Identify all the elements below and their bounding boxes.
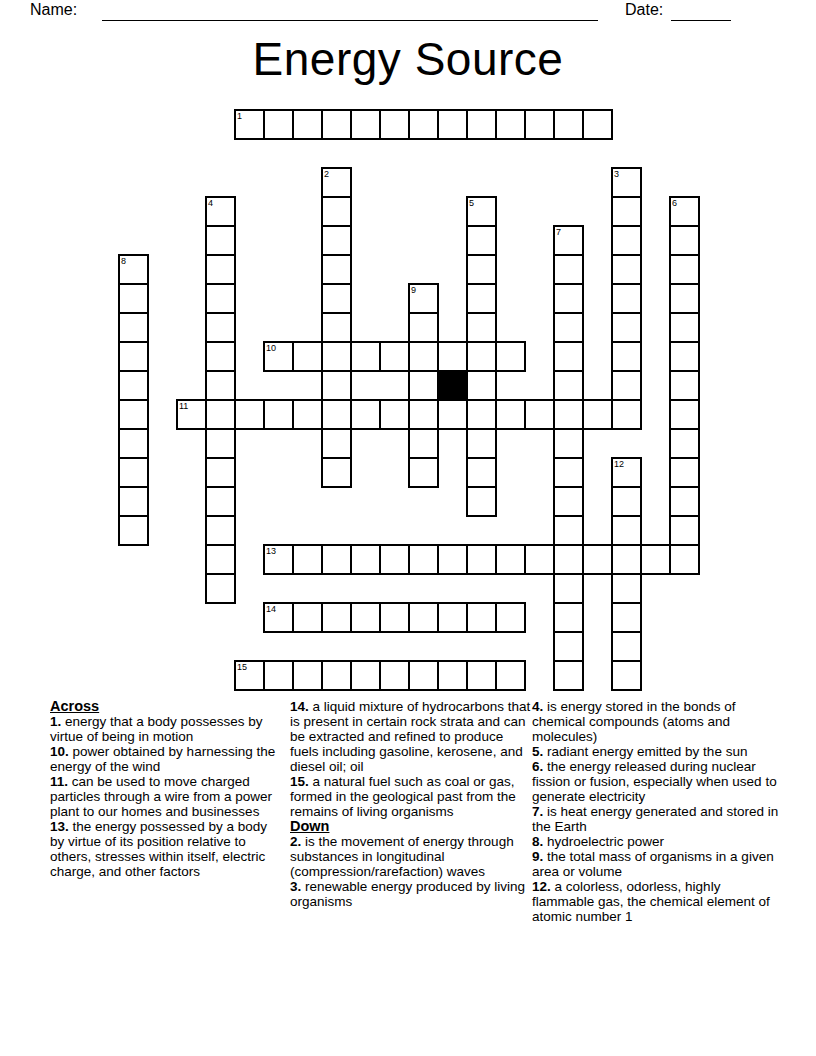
grid-cell-r6c3[interactable] [205,283,236,314]
clue-down-9: 9. the total mass of organisms in a give… [532,849,782,879]
grid-cell-r10c3[interactable] [205,399,236,430]
grid-cell-r15c18[interactable] [640,544,671,575]
grid-cell-r15c9[interactable] [379,544,410,575]
clue-down-7: 7. is heat energy generated and stored i… [532,804,782,834]
blocked-cell [437,370,468,401]
grid-cell-r19c8[interactable] [350,660,381,691]
grid-cell-r7c17[interactable] [611,312,642,343]
grid-cell-r9c12[interactable] [466,370,497,401]
grid-cell-r10c0[interactable] [118,399,149,430]
grid-cell-r19c9[interactable] [379,660,410,691]
grid-cell-r10c14[interactable] [524,399,555,430]
grid-cell-r7c0[interactable] [118,312,149,343]
grid-cell-r14c19[interactable] [669,515,700,546]
grid-cell-r8c10[interactable] [408,341,439,372]
clue-down-8: 8. hydroelectric power [532,834,782,849]
grid-cell-r17c12[interactable] [466,602,497,633]
clue-number-7: 7 [556,228,561,237]
grid-cell-r10c12[interactable] [466,399,497,430]
grid-cell-r7c12[interactable] [466,312,497,343]
grid-cell-r10c7[interactable] [321,399,352,430]
grid-cell-r15c15[interactable] [553,544,584,575]
grid-cell-r0c10[interactable] [408,109,439,140]
grid-cell-r19c13[interactable] [495,660,526,691]
grid-cell-r14c3[interactable] [205,515,236,546]
grid-cell-r4c12[interactable] [466,225,497,256]
grid-cell-r12c19[interactable] [669,457,700,488]
grid-cell-r19c5[interactable] [263,660,294,691]
grid-cell-r19c6[interactable] [292,660,323,691]
grid-cell-r10c6[interactable] [292,399,323,430]
grid-cell-r9c10[interactable] [408,370,439,401]
clue-down-12: 12. a colorless, odorless, highly flamma… [532,879,782,924]
clue-number-14: 14 [266,605,276,614]
grid-cell-r7c15[interactable] [553,312,584,343]
grid-cell-r19c7[interactable] [321,660,352,691]
grid-cell-r7c19[interactable] [669,312,700,343]
grid-cell-r19c10[interactable] [408,660,439,691]
grid-cell-r18c17[interactable] [611,631,642,662]
grid-cell-r10c17[interactable] [611,399,642,430]
page-title: Energy Source [0,32,816,86]
clue-across-13: 13. the energy possessed by a body by vi… [50,819,283,879]
grid-cell-r17c9[interactable] [379,602,410,633]
grid-cell-r10c13[interactable] [495,399,526,430]
grid-cell-r8c9[interactable] [379,341,410,372]
grid-cell-r12c3[interactable] [205,457,236,488]
grid-cell-r0c14[interactable] [524,109,555,140]
grid-cell-r11c10[interactable] [408,428,439,459]
grid-cell-r12c0[interactable] [118,457,149,488]
grid-cell-r13c17[interactable] [611,486,642,517]
grid-cell-r11c3[interactable] [205,428,236,459]
grid-cell-r8c15[interactable] [553,341,584,372]
grid-cell-r17c8[interactable] [350,602,381,633]
grid-cell-r12c7[interactable] [321,457,352,488]
grid-cell-r10c9[interactable] [379,399,410,430]
clue-number-4: 4 [208,199,213,208]
grid-cell-r7c3[interactable] [205,312,236,343]
grid-cell-r11c7[interactable] [321,428,352,459]
grid-cell-r19c17[interactable] [611,660,642,691]
grid-cell-r4c3[interactable] [205,225,236,256]
grid-cell-r6c12[interactable] [466,283,497,314]
grid-cell-r15c3[interactable] [205,544,236,575]
clue-number-8: 8 [121,257,126,266]
grid-cell-r15c13[interactable] [495,544,526,575]
grid-cell-r6c15[interactable] [553,283,584,314]
clue-number-10: 10 [266,344,276,353]
grid-cell-r16c15[interactable] [553,573,584,604]
grid-cell-r5c19[interactable] [669,254,700,285]
grid-cell-r10c5[interactable] [263,399,294,430]
grid-cell-r8c7[interactable] [321,341,352,372]
clue-number-6: 6 [672,199,677,208]
grid-cell-r8c3[interactable] [205,341,236,372]
clue-across-14: 14. a liquid mixture of hydrocarbons tha… [290,699,531,774]
grid-cell-r15c17[interactable] [611,544,642,575]
grid-cell-r17c13[interactable] [495,602,526,633]
grid-cell-r8c6[interactable] [292,341,323,372]
clue-down-6: 6. the energy released during nuclear fi… [532,759,782,804]
grid-cell-r10c19[interactable] [669,399,700,430]
grid-cell-r0c12[interactable] [466,109,497,140]
grid-cell-r5c12[interactable] [466,254,497,285]
grid-cell-r8c12[interactable] [466,341,497,372]
grid-cell-r17c7[interactable] [321,602,352,633]
grid-cell-r12c15[interactable] [553,457,584,488]
clues-column-2: 14. a liquid mixture of hydrocarbons tha… [290,699,531,909]
grid-cell-r15c19[interactable] [669,544,700,575]
grid-cell-r19c12[interactable] [466,660,497,691]
clue-number-9: 9 [411,286,416,295]
clue-down-5: 5. radiant energy emitted by the sun [532,744,782,759]
grid-cell-r15c6[interactable] [292,544,323,575]
date-label: Date: [625,1,663,19]
clue-number-12: 12 [614,460,624,469]
clue-number-11: 11 [179,402,188,411]
grid-cell-r8c0[interactable] [118,341,149,372]
grid-cell-r10c4[interactable] [234,399,265,430]
grid-cell-r6c17[interactable] [611,283,642,314]
crossword-board: 123456789101112131415 [118,109,700,691]
grid-cell-r17c11[interactable] [437,602,468,633]
clue-number-2: 2 [324,170,329,179]
clue-across-10: 10. power obtained by harnessing the ene… [50,744,283,774]
grid-cell-r10c15[interactable] [553,399,584,430]
across-heading: Across [50,699,283,714]
grid-cell-r15c12[interactable] [466,544,497,575]
grid-cell-r11c19[interactable] [669,428,700,459]
grid-cell-r0c15[interactable] [553,109,584,140]
grid-cell-r0c9[interactable] [379,109,410,140]
date-line[interactable] [671,20,731,21]
grid-cell-r10c16[interactable] [582,399,613,430]
grid-cell-r9c3[interactable] [205,370,236,401]
grid-cell-r5c17[interactable] [611,254,642,285]
grid-cell-r6c7[interactable] [321,283,352,314]
grid-cell-r19c15[interactable] [553,660,584,691]
name-label: Name: [30,1,77,19]
name-line[interactable] [102,20,598,21]
grid-cell-r17c15[interactable] [553,602,584,633]
grid-cell-r7c10[interactable] [408,312,439,343]
grid-cell-r3c7[interactable] [321,196,352,227]
grid-cell-r15c8[interactable] [350,544,381,575]
grid-cell-r12c10[interactable] [408,457,439,488]
grid-cell-r15c16[interactable] [582,544,613,575]
grid-cell-r11c15[interactable] [553,428,584,459]
clue-number-1: 1 [237,112,242,121]
down-heading: Down [290,819,531,834]
clue-down-3: 3. renewable energy produced by living o… [290,879,531,909]
grid-cell-r5c7[interactable] [321,254,352,285]
grid-cell-r0c5[interactable] [263,109,294,140]
clue-number-5: 5 [469,199,474,208]
clue-across-15: 15. a natural fuel such as coal or gas, … [290,774,531,819]
grid-cell-r16c3[interactable] [205,573,236,604]
grid-cell-r8c13[interactable] [495,341,526,372]
grid-cell-r10c11[interactable] [437,399,468,430]
grid-cell-r13c3[interactable] [205,486,236,517]
grid-cell-r9c15[interactable] [553,370,584,401]
grid-cell-r14c17[interactable] [611,515,642,546]
grid-cell-r10c8[interactable] [350,399,381,430]
grid-cell-r10c10[interactable] [408,399,439,430]
clues-column-1: Across 1. energy that a body possesses b… [50,699,283,879]
grid-cell-r18c15[interactable] [553,631,584,662]
grid-cell-r14c15[interactable] [553,515,584,546]
clue-number-15: 15 [237,663,247,672]
grid-cell-r11c12[interactable] [466,428,497,459]
grid-cell-r8c19[interactable] [669,341,700,372]
grid-cell-r8c8[interactable] [350,341,381,372]
grid-cell-r4c19[interactable] [669,225,700,256]
grid-cell-r15c14[interactable] [524,544,555,575]
grid-cell-r0c16[interactable] [582,109,613,140]
clue-number-13: 13 [266,547,276,556]
grid-cell-r9c17[interactable] [611,370,642,401]
grid-cell-r15c7[interactable] [321,544,352,575]
grid-cell-r0c7[interactable] [321,109,352,140]
grid-cell-r16c17[interactable] [611,573,642,604]
grid-cell-r7c7[interactable] [321,312,352,343]
grid-cell-r17c6[interactable] [292,602,323,633]
clue-across-1: 1. energy that a body possesses by virtu… [50,714,283,744]
clues-column-3: 4. is energy stored in the bonds of chem… [532,699,782,924]
grid-cell-r15c11[interactable] [437,544,468,575]
grid-cell-r11c0[interactable] [118,428,149,459]
grid-cell-r3c17[interactable] [611,196,642,227]
grid-cell-r9c19[interactable] [669,370,700,401]
grid-cell-r14c0[interactable] [118,515,149,546]
clue-down-4: 4. is energy stored in the bonds of chem… [532,699,782,744]
grid-cell-r8c11[interactable] [437,341,468,372]
clue-number-3: 3 [614,170,619,179]
grid-cell-r17c17[interactable] [611,602,642,633]
grid-cell-r0c13[interactable] [495,109,526,140]
grid-cell-r19c11[interactable] [437,660,468,691]
grid-cell-r9c0[interactable] [118,370,149,401]
grid-cell-r0c6[interactable] [292,109,323,140]
grid-cell-r13c0[interactable] [118,486,149,517]
grid-cell-r15c10[interactable] [408,544,439,575]
grid-cell-r5c15[interactable] [553,254,584,285]
grid-cell-r5c3[interactable] [205,254,236,285]
grid-cell-r0c8[interactable] [350,109,381,140]
grid-cell-r17c10[interactable] [408,602,439,633]
grid-cell-r6c19[interactable] [669,283,700,314]
grid-cell-r13c12[interactable] [466,486,497,517]
grid-cell-r4c17[interactable] [611,225,642,256]
grid-cell-r4c7[interactable] [321,225,352,256]
grid-cell-r13c15[interactable] [553,486,584,517]
grid-cell-r6c0[interactable] [118,283,149,314]
grid-cell-r9c7[interactable] [321,370,352,401]
clue-across-11: 11. can be used to move charged particle… [50,774,283,819]
grid-cell-r0c11[interactable] [437,109,468,140]
clue-down-2: 2. is the movement of energy through sub… [290,834,531,879]
grid-cell-r8c17[interactable] [611,341,642,372]
grid-cell-r12c12[interactable] [466,457,497,488]
grid-cell-r13c19[interactable] [669,486,700,517]
